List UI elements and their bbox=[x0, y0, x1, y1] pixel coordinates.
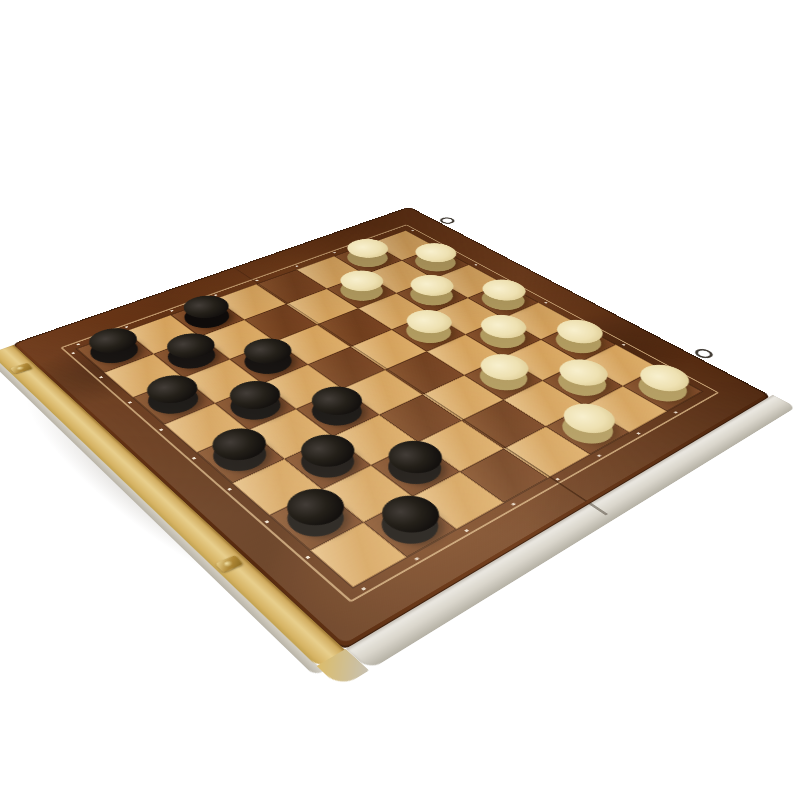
brass-clasp bbox=[215, 555, 243, 573]
board-top-face bbox=[11, 207, 772, 652]
brass-clasp bbox=[10, 363, 32, 374]
board-scene bbox=[106, 91, 665, 650]
board-tilt-wrapper bbox=[0, 0, 800, 800]
folding-checkers-board bbox=[11, 207, 772, 652]
product-photo-stage bbox=[0, 0, 800, 800]
fold-seam-gap bbox=[589, 503, 608, 516]
